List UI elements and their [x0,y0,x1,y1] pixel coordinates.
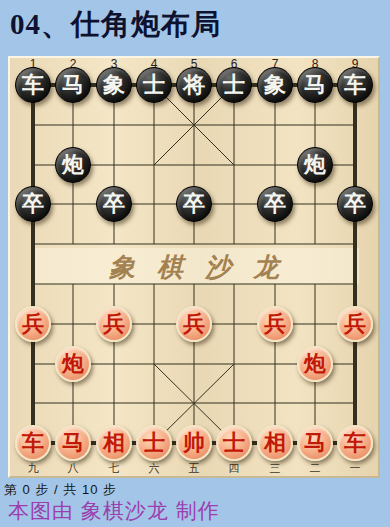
piece-black-general[interactable]: 将 [176,67,212,103]
credit-text: 本图由 象棋沙龙 制作 [8,497,220,525]
file-label-bottom-4: 六 [149,463,160,474]
piece-red-soldier[interactable]: 兵 [15,306,51,342]
piece-black-advisor[interactable]: 士 [216,67,252,103]
file-label-bottom-1: 九 [28,463,39,474]
piece-black-soldier[interactable]: 卒 [96,186,132,222]
piece-black-rook[interactable]: 车 [15,67,51,103]
piece-red-soldier[interactable]: 兵 [337,306,373,342]
piece-red-advisor[interactable]: 士 [216,425,252,461]
file-label-bottom-5: 五 [189,463,200,474]
piece-red-soldier[interactable]: 兵 [176,306,212,342]
piece-red-elephant[interactable]: 相 [96,425,132,461]
piece-red-horse[interactable]: 马 [55,425,91,461]
piece-black-soldier[interactable]: 卒 [257,186,293,222]
piece-red-rook[interactable]: 车 [15,425,51,461]
page-title: 04、仕角炮布局 [10,5,221,45]
piece-black-soldier[interactable]: 卒 [176,186,212,222]
file-label-bottom-9: 一 [350,463,361,474]
piece-black-elephant[interactable]: 象 [257,67,293,103]
piece-black-rook[interactable]: 车 [337,67,373,103]
piece-red-soldier[interactable]: 兵 [96,306,132,342]
piece-black-horse[interactable]: 马 [55,67,91,103]
file-label-bottom-6: 四 [229,463,240,474]
piece-red-rook[interactable]: 车 [337,425,373,461]
piece-black-cannon[interactable]: 炮 [297,147,333,183]
board-grid-lines [10,58,378,476]
file-label-bottom-8: 二 [310,463,321,474]
piece-red-elephant[interactable]: 相 [257,425,293,461]
piece-black-cannon[interactable]: 炮 [55,147,91,183]
piece-black-elephant[interactable]: 象 [96,67,132,103]
piece-black-advisor[interactable]: 士 [136,67,172,103]
file-label-bottom-7: 三 [270,463,281,474]
piece-red-horse[interactable]: 马 [297,425,333,461]
piece-red-soldier[interactable]: 兵 [257,306,293,342]
piece-red-advisor[interactable]: 士 [136,425,172,461]
piece-red-cannon[interactable]: 炮 [297,346,333,382]
file-label-bottom-2: 八 [68,463,79,474]
file-label-bottom-3: 七 [109,463,120,474]
piece-black-horse[interactable]: 马 [297,67,333,103]
piece-black-soldier[interactable]: 卒 [337,186,373,222]
piece-black-soldier[interactable]: 卒 [15,186,51,222]
xiangqi-board: 象棋沙龙 123456789 九八七六五四三二一 车马象士将士象马车炮炮卒卒卒卒… [8,56,380,478]
piece-red-general[interactable]: 帅 [176,425,212,461]
piece-red-cannon[interactable]: 炮 [55,346,91,382]
